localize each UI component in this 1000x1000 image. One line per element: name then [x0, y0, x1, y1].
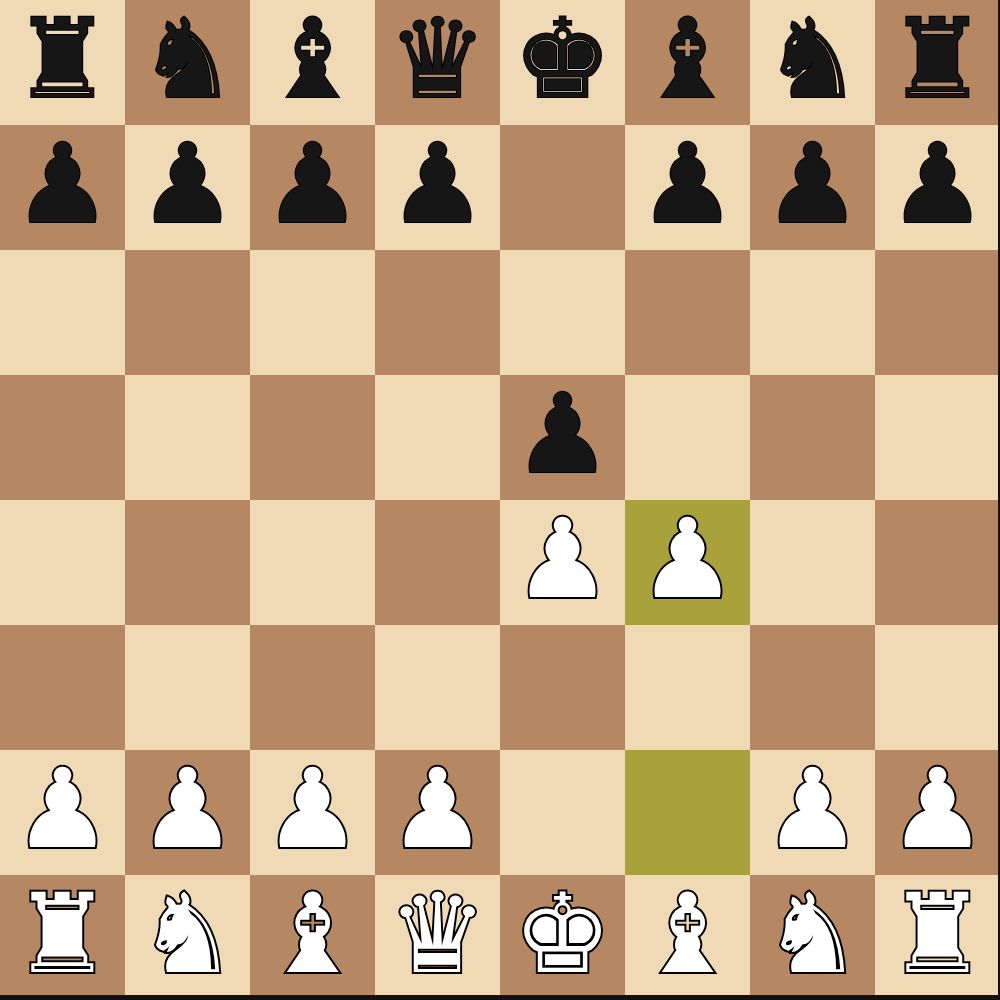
- square-a1[interactable]: ♜: [0, 875, 125, 1000]
- square-b1[interactable]: ♞: [125, 875, 250, 1000]
- white-pawn-icon[interactable]: ♟: [638, 504, 737, 614]
- square-c5[interactable]: [250, 375, 375, 500]
- square-g3[interactable]: [750, 625, 875, 750]
- black-rook-icon[interactable]: ♜: [888, 4, 987, 114]
- square-f1[interactable]: ♝: [625, 875, 750, 1000]
- black-pawn-icon[interactable]: ♟: [638, 129, 737, 239]
- white-bishop-icon[interactable]: ♝: [638, 879, 737, 989]
- square-f6[interactable]: [625, 250, 750, 375]
- square-e3[interactable]: [500, 625, 625, 750]
- square-a3[interactable]: [0, 625, 125, 750]
- square-d3[interactable]: [375, 625, 500, 750]
- chess-board: ♜♞♝♛♚♝♞♜♟♟♟♟♟♟♟♟♟♟♟♟♟♟♟♟♜♞♝♛♚♝♞♜: [0, 0, 1000, 1000]
- square-b2[interactable]: ♟: [125, 750, 250, 875]
- square-g1[interactable]: ♞: [750, 875, 875, 1000]
- square-d8[interactable]: ♛: [375, 0, 500, 125]
- black-pawn-icon[interactable]: ♟: [513, 379, 612, 489]
- square-a4[interactable]: [0, 500, 125, 625]
- square-c1[interactable]: ♝: [250, 875, 375, 1000]
- black-pawn-icon[interactable]: ♟: [888, 129, 987, 239]
- white-pawn-icon[interactable]: ♟: [888, 754, 987, 864]
- white-rook-icon[interactable]: ♜: [13, 879, 112, 989]
- square-h1[interactable]: ♜: [875, 875, 1000, 1000]
- square-c3[interactable]: [250, 625, 375, 750]
- white-rook-icon[interactable]: ♜: [888, 879, 987, 989]
- white-pawn-icon[interactable]: ♟: [513, 504, 612, 614]
- white-pawn-icon[interactable]: ♟: [763, 754, 862, 864]
- square-d7[interactable]: ♟: [375, 125, 500, 250]
- black-bishop-icon[interactable]: ♝: [638, 4, 737, 114]
- square-h7[interactable]: ♟: [875, 125, 1000, 250]
- square-f7[interactable]: ♟: [625, 125, 750, 250]
- square-h6[interactable]: [875, 250, 1000, 375]
- black-bishop-icon[interactable]: ♝: [263, 4, 362, 114]
- window-edge-bottom: [0, 995, 1000, 1000]
- square-g2[interactable]: ♟: [750, 750, 875, 875]
- square-a5[interactable]: [0, 375, 125, 500]
- square-g5[interactable]: [750, 375, 875, 500]
- square-f5[interactable]: [625, 375, 750, 500]
- black-knight-icon[interactable]: ♞: [763, 4, 862, 114]
- black-pawn-icon[interactable]: ♟: [263, 129, 362, 239]
- square-h8[interactable]: ♜: [875, 0, 1000, 125]
- white-pawn-icon[interactable]: ♟: [388, 754, 487, 864]
- square-g6[interactable]: [750, 250, 875, 375]
- black-king-icon[interactable]: ♚: [513, 4, 612, 114]
- square-a2[interactable]: ♟: [0, 750, 125, 875]
- square-b3[interactable]: [125, 625, 250, 750]
- square-f2[interactable]: [625, 750, 750, 875]
- square-d1[interactable]: ♛: [375, 875, 500, 1000]
- black-pawn-icon[interactable]: ♟: [763, 129, 862, 239]
- square-b5[interactable]: [125, 375, 250, 500]
- square-f3[interactable]: [625, 625, 750, 750]
- square-g8[interactable]: ♞: [750, 0, 875, 125]
- square-f8[interactable]: ♝: [625, 0, 750, 125]
- black-pawn-icon[interactable]: ♟: [13, 129, 112, 239]
- black-knight-icon[interactable]: ♞: [138, 4, 237, 114]
- square-c4[interactable]: [250, 500, 375, 625]
- white-bishop-icon[interactable]: ♝: [263, 879, 362, 989]
- square-b8[interactable]: ♞: [125, 0, 250, 125]
- square-e4[interactable]: ♟: [500, 500, 625, 625]
- square-e5[interactable]: ♟: [500, 375, 625, 500]
- square-c2[interactable]: ♟: [250, 750, 375, 875]
- square-e6[interactable]: [500, 250, 625, 375]
- square-d6[interactable]: [375, 250, 500, 375]
- square-a7[interactable]: ♟: [0, 125, 125, 250]
- square-a8[interactable]: ♜: [0, 0, 125, 125]
- square-g4[interactable]: [750, 500, 875, 625]
- white-knight-icon[interactable]: ♞: [138, 879, 237, 989]
- square-b4[interactable]: [125, 500, 250, 625]
- black-pawn-icon[interactable]: ♟: [388, 129, 487, 239]
- square-e2[interactable]: [500, 750, 625, 875]
- square-h3[interactable]: [875, 625, 1000, 750]
- square-c6[interactable]: [250, 250, 375, 375]
- square-g7[interactable]: ♟: [750, 125, 875, 250]
- black-rook-icon[interactable]: ♜: [13, 4, 112, 114]
- white-king-icon[interactable]: ♚: [513, 879, 612, 989]
- black-pawn-icon[interactable]: ♟: [138, 129, 237, 239]
- square-c7[interactable]: ♟: [250, 125, 375, 250]
- square-e7[interactable]: [500, 125, 625, 250]
- white-queen-icon[interactable]: ♛: [388, 879, 487, 989]
- square-d5[interactable]: [375, 375, 500, 500]
- square-a6[interactable]: [0, 250, 125, 375]
- square-c8[interactable]: ♝: [250, 0, 375, 125]
- square-e1[interactable]: ♚: [500, 875, 625, 1000]
- black-queen-icon[interactable]: ♛: [388, 4, 487, 114]
- square-h2[interactable]: ♟: [875, 750, 1000, 875]
- square-d2[interactable]: ♟: [375, 750, 500, 875]
- square-b6[interactable]: [125, 250, 250, 375]
- square-f4[interactable]: ♟: [625, 500, 750, 625]
- white-pawn-icon[interactable]: ♟: [138, 754, 237, 864]
- white-pawn-icon[interactable]: ♟: [263, 754, 362, 864]
- square-e8[interactable]: ♚: [500, 0, 625, 125]
- square-d4[interactable]: [375, 500, 500, 625]
- white-knight-icon[interactable]: ♞: [763, 879, 862, 989]
- square-h5[interactable]: [875, 375, 1000, 500]
- square-h4[interactable]: [875, 500, 1000, 625]
- square-b7[interactable]: ♟: [125, 125, 250, 250]
- white-pawn-icon[interactable]: ♟: [13, 754, 112, 864]
